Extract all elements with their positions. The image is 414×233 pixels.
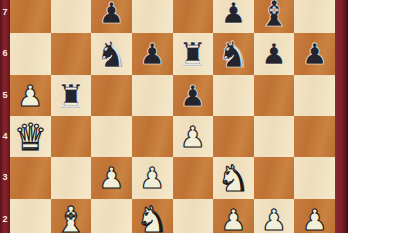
rank-label-5: 5: [0, 90, 10, 101]
square-c5[interactable]: [91, 75, 132, 116]
square-g3[interactable]: [254, 157, 295, 198]
square-c4[interactable]: [91, 116, 132, 157]
piece-black-pawn-h6[interactable]: ♟: [302, 40, 328, 69]
square-a4[interactable]: ♛: [10, 116, 51, 157]
piece-white-pawn-f2[interactable]: ♟: [220, 206, 246, 233]
square-h2[interactable]: ♟: [294, 199, 335, 233]
square-d2[interactable]: ♞: [132, 199, 173, 233]
piece-white-pawn-h2[interactable]: ♟: [302, 206, 328, 233]
square-g4[interactable]: [254, 116, 295, 157]
piece-black-pawn-g6[interactable]: ♟: [261, 40, 287, 69]
piece-black-pawn-c7[interactable]: ♟: [99, 0, 125, 28]
board-right-frame: [335, 0, 348, 233]
piece-white-knight-d2[interactable]: ♞: [136, 202, 168, 233]
piece-black-pawn-e5[interactable]: ♟: [180, 82, 206, 111]
rank-label-6: 6: [0, 48, 10, 59]
square-g2[interactable]: ♟: [254, 199, 295, 233]
piece-black-rook-e6[interactable]: ♜: [178, 38, 208, 71]
square-f3[interactable]: ♞: [213, 157, 254, 198]
square-a2[interactable]: [10, 199, 51, 233]
square-c3[interactable]: ♟: [91, 157, 132, 198]
rank-label-4: 4: [0, 131, 10, 142]
square-e7[interactable]: [173, 0, 214, 33]
square-d3[interactable]: ♟: [132, 157, 173, 198]
piece-black-knight-c6[interactable]: ♞: [95, 37, 127, 73]
piece-black-pawn-d6[interactable]: ♟: [139, 40, 165, 69]
chess-board-screenshot: ♟♟♝♞♟♜♞♟♟♟♜♟♛♟♟♟♞♝♞♟♟♟ 765432: [0, 0, 414, 233]
square-b6[interactable]: [51, 33, 92, 74]
square-d7[interactable]: [132, 0, 173, 33]
rank-strip: 765432: [0, 0, 10, 233]
square-b2[interactable]: ♝: [51, 199, 92, 233]
rank-label-7: 7: [0, 7, 10, 18]
piece-black-knight-f6[interactable]: ♞: [217, 37, 249, 73]
square-f4[interactable]: [213, 116, 254, 157]
board: ♟♟♝♞♟♜♞♟♟♟♜♟♛♟♟♟♞♝♞♟♟♟: [10, 0, 335, 233]
piece-white-knight-f3[interactable]: ♞: [217, 161, 249, 197]
square-a7[interactable]: [10, 0, 51, 33]
rank-label-3: 3: [0, 172, 10, 183]
square-a6[interactable]: [10, 33, 51, 74]
square-e6[interactable]: ♜: [173, 33, 214, 74]
square-d5[interactable]: [132, 75, 173, 116]
square-d6[interactable]: ♟: [132, 33, 173, 74]
piece-white-pawn-a5[interactable]: ♟: [17, 82, 43, 111]
square-b5[interactable]: ♜: [51, 75, 92, 116]
piece-white-pawn-c3[interactable]: ♟: [99, 164, 125, 193]
square-c6[interactable]: ♞: [91, 33, 132, 74]
square-a3[interactable]: [10, 157, 51, 198]
square-e5[interactable]: ♟: [173, 75, 214, 116]
square-a5[interactable]: ♟: [10, 75, 51, 116]
square-e4[interactable]: ♟: [173, 116, 214, 157]
square-h4[interactable]: [294, 116, 335, 157]
piece-white-queen-a4[interactable]: ♛: [14, 119, 47, 156]
square-b3[interactable]: [51, 157, 92, 198]
square-c7[interactable]: ♟: [91, 0, 132, 33]
square-f6[interactable]: ♞: [213, 33, 254, 74]
piece-white-pawn-g2[interactable]: ♟: [261, 206, 287, 233]
square-g7[interactable]: ♝: [254, 0, 295, 33]
piece-white-bishop-b2[interactable]: ♝: [55, 202, 87, 233]
square-c2[interactable]: [91, 199, 132, 233]
square-g6[interactable]: ♟: [254, 33, 295, 74]
square-e2[interactable]: [173, 199, 214, 233]
piece-black-pawn-f7[interactable]: ♟: [220, 0, 246, 28]
square-h5[interactable]: [294, 75, 335, 116]
square-f7[interactable]: ♟: [213, 0, 254, 33]
square-e3[interactable]: [173, 157, 214, 198]
square-b7[interactable]: [51, 0, 92, 33]
piece-black-rook-b5[interactable]: ♜: [56, 80, 86, 113]
square-b4[interactable]: [51, 116, 92, 157]
piece-white-pawn-e4[interactable]: ♟: [180, 123, 206, 152]
square-h3[interactable]: [294, 157, 335, 198]
piece-white-pawn-d3[interactable]: ♟: [139, 164, 165, 193]
square-h6[interactable]: ♟: [294, 33, 335, 74]
square-g5[interactable]: [254, 75, 295, 116]
square-d4[interactable]: [132, 116, 173, 157]
square-h7[interactable]: [294, 0, 335, 33]
square-f2[interactable]: ♟: [213, 199, 254, 233]
rank-label-2: 2: [0, 214, 10, 225]
square-f5[interactable]: [213, 75, 254, 116]
piece-black-bishop-g7[interactable]: ♝: [258, 0, 290, 32]
